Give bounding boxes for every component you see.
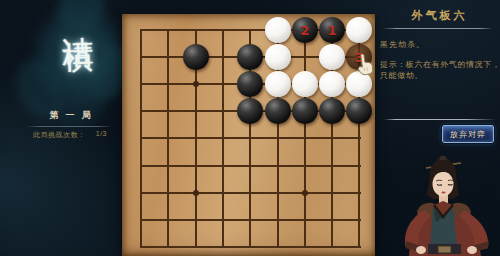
- stone-black: [237, 44, 263, 70]
- round-label: 第一局: [20, 109, 120, 122]
- stone-white: [265, 71, 291, 97]
- game-screen: 诘棋 第一局 此局挑战次数： 1/3 213 外气板六 黑先劫杀。 提示：板六在…: [0, 0, 500, 256]
- stone-black: 1: [319, 17, 345, 43]
- attempts-value: 1/3: [96, 130, 107, 140]
- grid-line-horizontal: [140, 165, 361, 167]
- grid-line-horizontal: [140, 137, 361, 139]
- move-number-label: 2: [292, 17, 318, 43]
- panel-divider: [384, 119, 497, 120]
- stone-black: [319, 98, 345, 124]
- stone-black: 2: [292, 17, 318, 43]
- stone-white: [319, 71, 345, 97]
- star-point: [193, 81, 199, 87]
- title-underline: [383, 28, 493, 29]
- puzzle-info-panel: 外气板六 黑先劫杀。 提示：板六在有外气的情况下，只能做劫。: [378, 8, 498, 81]
- puzzle-title: 外气板六: [378, 8, 498, 23]
- star-point: [193, 190, 199, 196]
- go-board[interactable]: 213: [122, 14, 375, 256]
- grid-line-vertical: [304, 29, 306, 248]
- surrender-button[interactable]: 放弃对弈: [442, 125, 494, 143]
- stone-white: [319, 44, 345, 70]
- ink-splash-core: [46, 22, 110, 86]
- stone-white: [265, 17, 291, 43]
- puzzle-objective: 黑先劫杀。: [380, 39, 498, 50]
- stone-white: [346, 17, 372, 43]
- go-board-grid[interactable]: 213: [141, 30, 361, 248]
- stone-white: [265, 44, 291, 70]
- stone-black: [237, 71, 263, 97]
- stone-black: [292, 98, 318, 124]
- stone-black: [183, 44, 209, 70]
- attempts-row: 此局挑战次数： 1/3: [33, 130, 107, 140]
- attempts-label: 此局挑战次数：: [33, 130, 86, 140]
- page-title-calligraphy: 诘棋: [56, 11, 98, 22]
- npc-character: [397, 150, 500, 256]
- left-divider: [26, 126, 112, 127]
- move-number-label: 1: [319, 17, 345, 43]
- puzzle-hint: 提示：板六在有外气的情况下，只能做劫。: [380, 59, 500, 81]
- stone-black: [265, 98, 291, 124]
- grid-line-horizontal: [140, 246, 361, 248]
- stone-black: [237, 98, 263, 124]
- stone-white: [292, 71, 318, 97]
- hand-cursor-icon: [353, 53, 377, 78]
- grid-line-horizontal: [140, 192, 361, 194]
- grid-line-horizontal: [140, 219, 361, 221]
- stone-black: [346, 98, 372, 124]
- star-point: [302, 190, 308, 196]
